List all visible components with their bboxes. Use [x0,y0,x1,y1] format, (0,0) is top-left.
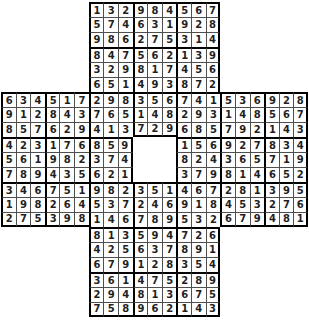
cell-r6c8[interactable]: 5 [103,77,118,92]
cell-r13c4[interactable]: 7 [45,182,60,197]
cell-r12c4[interactable]: 4 [45,167,60,182]
cell-r14c18[interactable]: 3 [250,197,265,212]
cell-r13c15[interactable]: 7 [206,182,221,197]
cell-r3c11[interactable]: 7 [147,32,162,47]
cell-r19c14[interactable]: 8 [191,272,206,287]
cell-r1c8[interactable]: 3 [103,2,118,17]
cell-r14c21[interactable]: 6 [293,197,308,212]
cell-r20c13[interactable]: 6 [176,287,191,302]
cell-r16c15[interactable]: 6 [206,227,221,242]
cell-r15c15[interactable]: 2 [206,212,221,227]
cell-r7c9[interactable]: 8 [118,92,133,107]
cell-r10c20[interactable]: 3 [279,137,294,152]
cell-r12c6[interactable]: 5 [74,167,89,182]
cell-r18c9[interactable]: 9 [118,257,133,272]
cell-r9c16[interactable]: 7 [220,122,235,137]
cell-r10c6[interactable]: 6 [74,137,89,152]
cell-r5c14[interactable]: 5 [191,62,206,77]
cell-r11c13[interactable]: 8 [176,152,191,167]
cell-r11c20[interactable]: 1 [279,152,294,167]
cell-r2c12[interactable]: 1 [162,17,177,32]
cell-r11c1[interactable]: 5 [1,152,16,167]
cell-r13c14[interactable]: 6 [191,182,206,197]
cell-r14c2[interactable]: 9 [16,197,31,212]
cell-r6c7[interactable]: 6 [89,77,104,92]
cell-r15c13[interactable]: 5 [176,212,191,227]
cell-r15c5[interactable]: 9 [59,212,74,227]
cell-r9c13[interactable]: 6 [176,122,191,137]
cell-r19c8[interactable]: 6 [103,272,118,287]
cell-r6c10[interactable]: 4 [133,77,148,92]
cell-r10c8[interactable]: 5 [103,137,118,152]
cell-r14c16[interactable]: 4 [220,197,235,212]
cell-r16c12[interactable]: 4 [162,227,177,242]
cell-r7c20[interactable]: 2 [279,92,294,107]
cell-r15c6[interactable]: 8 [74,212,89,227]
cell-r9c4[interactable]: 6 [45,122,60,137]
cell-r1c9[interactable]: 2 [118,2,133,17]
cell-r10c18[interactable]: 7 [250,137,265,152]
cell-r4c11[interactable]: 6 [147,47,162,62]
cell-r10c9[interactable]: 9 [118,137,133,152]
cell-r10c3[interactable]: 3 [30,137,45,152]
cell-r14c6[interactable]: 4 [74,197,89,212]
cell-r2c15[interactable]: 8 [206,17,221,32]
cell-r8c2[interactable]: 1 [16,107,31,122]
cell-r5c12[interactable]: 7 [162,62,177,77]
cell-r11c6[interactable]: 2 [74,152,89,167]
cell-r4c15[interactable]: 9 [206,47,221,62]
cell-r7c21[interactable]: 8 [293,92,308,107]
cell-r8c19[interactable]: 5 [264,107,279,122]
cell-r19c7[interactable]: 3 [89,272,104,287]
cell-r15c3[interactable]: 5 [30,212,45,227]
cell-r14c15[interactable]: 8 [206,197,221,212]
cell-r20c14[interactable]: 7 [191,287,206,302]
cell-r14c19[interactable]: 2 [264,197,279,212]
cell-r18c7[interactable]: 6 [89,257,104,272]
cell-r18c12[interactable]: 8 [162,257,177,272]
cell-r19c13[interactable]: 2 [176,272,191,287]
cell-r15c14[interactable]: 3 [191,212,206,227]
cell-r8c18[interactable]: 8 [250,107,265,122]
cell-r21c7[interactable]: 7 [89,302,104,317]
cell-r19c12[interactable]: 5 [162,272,177,287]
cell-r4c13[interactable]: 1 [176,47,191,62]
cell-r6c12[interactable]: 3 [162,77,177,92]
cell-r11c21[interactable]: 9 [293,152,308,167]
cell-r2c7[interactable]: 5 [89,17,104,32]
cell-r10c5[interactable]: 7 [59,137,74,152]
cell-r13c12[interactable]: 1 [162,182,177,197]
cell-r9c1[interactable]: 8 [1,122,16,137]
cell-r9c12[interactable]: 9 [162,122,177,137]
cell-r15c11[interactable]: 8 [147,212,162,227]
cell-r7c18[interactable]: 6 [250,92,265,107]
cell-r21c14[interactable]: 4 [191,302,206,317]
cell-r10c21[interactable]: 4 [293,137,308,152]
cell-r13c3[interactable]: 6 [30,182,45,197]
cell-r6c9[interactable]: 1 [118,77,133,92]
cell-r13c16[interactable]: 2 [220,182,235,197]
cell-r15c10[interactable]: 7 [133,212,148,227]
cell-r12c14[interactable]: 7 [191,167,206,182]
cell-r8c14[interactable]: 9 [191,107,206,122]
cell-r13c9[interactable]: 2 [118,182,133,197]
cell-r21c8[interactable]: 5 [103,302,118,317]
cell-r11c8[interactable]: 7 [103,152,118,167]
cell-r3c12[interactable]: 5 [162,32,177,47]
cell-r7c19[interactable]: 9 [264,92,279,107]
cell-r3c7[interactable]: 9 [89,32,104,47]
cell-r7c4[interactable]: 5 [45,92,60,107]
cell-r20c9[interactable]: 4 [118,287,133,302]
cell-r4c8[interactable]: 4 [103,47,118,62]
cell-r14c9[interactable]: 7 [118,197,133,212]
cell-r2c9[interactable]: 4 [118,17,133,32]
cell-r9c10[interactable]: 7 [133,122,148,137]
cell-r16c14[interactable]: 2 [191,227,206,242]
cell-r8c6[interactable]: 3 [74,107,89,122]
cell-r13c10[interactable]: 3 [133,182,148,197]
cell-r18c14[interactable]: 5 [191,257,206,272]
cell-r8c20[interactable]: 6 [279,107,294,122]
cell-r10c17[interactable]: 2 [235,137,250,152]
cell-r17c13[interactable]: 8 [176,242,191,257]
cell-r10c13[interactable]: 1 [176,137,191,152]
cell-r17c11[interactable]: 3 [147,242,162,257]
cell-r12c21[interactable]: 2 [293,167,308,182]
cell-r12c9[interactable]: 1 [118,167,133,182]
cell-r9c18[interactable]: 2 [250,122,265,137]
cell-r10c19[interactable]: 8 [264,137,279,152]
cell-r2c8[interactable]: 7 [103,17,118,32]
cell-r15c16[interactable]: 6 [220,212,235,227]
cell-r7c7[interactable]: 2 [89,92,104,107]
cell-r7c16[interactable]: 5 [220,92,235,107]
cell-r14c13[interactable]: 9 [176,197,191,212]
cell-r19c11[interactable]: 7 [147,272,162,287]
cell-r5c10[interactable]: 8 [133,62,148,77]
cell-r1c14[interactable]: 6 [191,2,206,17]
cell-r3c14[interactable]: 1 [191,32,206,47]
cell-r8c8[interactable]: 6 [103,107,118,122]
cell-r12c7[interactable]: 6 [89,167,104,182]
cell-r18c8[interactable]: 7 [103,257,118,272]
cell-r9c19[interactable]: 1 [264,122,279,137]
cell-r14c7[interactable]: 5 [89,197,104,212]
cell-r11c19[interactable]: 7 [264,152,279,167]
cell-r8c12[interactable]: 8 [162,107,177,122]
cell-r20c10[interactable]: 8 [133,287,148,302]
cell-r21c9[interactable]: 8 [118,302,133,317]
cell-r12c19[interactable]: 6 [264,167,279,182]
cell-r1c12[interactable]: 4 [162,2,177,17]
cell-r17c15[interactable]: 1 [206,242,221,257]
cell-r11c9[interactable]: 4 [118,152,133,167]
cell-r7c2[interactable]: 3 [16,92,31,107]
cell-r6c11[interactable]: 9 [147,77,162,92]
cell-r10c7[interactable]: 8 [89,137,104,152]
cell-r16c7[interactable]: 8 [89,227,104,242]
cell-r7c14[interactable]: 4 [191,92,206,107]
cell-r7c15[interactable]: 1 [206,92,221,107]
cell-r4c9[interactable]: 7 [118,47,133,62]
cell-r10c2[interactable]: 2 [16,137,31,152]
cell-r5c15[interactable]: 6 [206,62,221,77]
cell-r9c5[interactable]: 2 [59,122,74,137]
cell-r15c4[interactable]: 3 [45,212,60,227]
cell-r18c10[interactable]: 1 [133,257,148,272]
cell-r5c9[interactable]: 9 [118,62,133,77]
cell-r20c15[interactable]: 5 [206,287,221,302]
cell-r5c11[interactable]: 1 [147,62,162,77]
cell-r9c6[interactable]: 9 [74,122,89,137]
cell-r13c20[interactable]: 9 [279,182,294,197]
cell-r4c10[interactable]: 5 [133,47,148,62]
cell-r11c16[interactable]: 3 [220,152,235,167]
cell-r9c20[interactable]: 4 [279,122,294,137]
cell-r13c6[interactable]: 1 [74,182,89,197]
cell-r2c14[interactable]: 2 [191,17,206,32]
cell-r7c10[interactable]: 3 [133,92,148,107]
cell-r13c13[interactable]: 4 [176,182,191,197]
cell-r1c10[interactable]: 9 [133,2,148,17]
cell-r18c11[interactable]: 2 [147,257,162,272]
cell-r12c3[interactable]: 9 [30,167,45,182]
cell-r16c8[interactable]: 1 [103,227,118,242]
cell-r21c12[interactable]: 2 [162,302,177,317]
cell-r3c15[interactable]: 4 [206,32,221,47]
cell-r10c1[interactable]: 4 [1,137,16,152]
cell-r8c5[interactable]: 4 [59,107,74,122]
cell-r13c17[interactable]: 8 [235,182,250,197]
cell-r12c18[interactable]: 4 [250,167,265,182]
cell-r3c9[interactable]: 6 [118,32,133,47]
cell-r4c12[interactable]: 2 [162,47,177,62]
cell-r8c7[interactable]: 7 [89,107,104,122]
cell-r10c4[interactable]: 1 [45,137,60,152]
cell-r7c12[interactable]: 6 [162,92,177,107]
cell-r16c11[interactable]: 9 [147,227,162,242]
cell-r9c11[interactable]: 2 [147,122,162,137]
cell-r13c2[interactable]: 4 [16,182,31,197]
cell-r2c13[interactable]: 9 [176,17,191,32]
cell-r11c14[interactable]: 2 [191,152,206,167]
cell-r9c8[interactable]: 1 [103,122,118,137]
cell-r14c8[interactable]: 3 [103,197,118,212]
cell-r6c15[interactable]: 2 [206,77,221,92]
cell-r21c15[interactable]: 3 [206,302,221,317]
cell-r1c11[interactable]: 8 [147,2,162,17]
cell-r14c5[interactable]: 6 [59,197,74,212]
cell-r13c11[interactable]: 5 [147,182,162,197]
cell-r2c11[interactable]: 3 [147,17,162,32]
cell-r20c11[interactable]: 1 [147,287,162,302]
cell-r19c10[interactable]: 4 [133,272,148,287]
cell-r17c7[interactable]: 4 [89,242,104,257]
cell-r17c9[interactable]: 5 [118,242,133,257]
cell-r20c8[interactable]: 9 [103,287,118,302]
cell-r8c15[interactable]: 3 [206,107,221,122]
cell-r4c7[interactable]: 8 [89,47,104,62]
cell-r10c16[interactable]: 9 [220,137,235,152]
cell-r13c21[interactable]: 5 [293,182,308,197]
cell-r9c21[interactable]: 3 [293,122,308,137]
cell-r9c9[interactable]: 3 [118,122,133,137]
cell-r17c10[interactable]: 6 [133,242,148,257]
cell-r14c3[interactable]: 8 [30,197,45,212]
cell-r18c15[interactable]: 4 [206,257,221,272]
cell-r14c14[interactable]: 1 [191,197,206,212]
cell-r6c13[interactable]: 8 [176,77,191,92]
cell-r3c8[interactable]: 8 [103,32,118,47]
cell-r15c20[interactable]: 8 [279,212,294,227]
cell-r5c13[interactable]: 4 [176,62,191,77]
cell-r21c13[interactable]: 1 [176,302,191,317]
cell-r9c3[interactable]: 7 [30,122,45,137]
cell-r15c7[interactable]: 1 [89,212,104,227]
cell-r17c12[interactable]: 7 [162,242,177,257]
cell-r15c21[interactable]: 1 [293,212,308,227]
cell-r13c7[interactable]: 9 [89,182,104,197]
cell-r7c6[interactable]: 7 [74,92,89,107]
cell-r7c1[interactable]: 6 [1,92,16,107]
cell-r8c10[interactable]: 1 [133,107,148,122]
cell-r9c7[interactable]: 4 [89,122,104,137]
cell-r9c2[interactable]: 5 [16,122,31,137]
cell-r12c16[interactable]: 8 [220,167,235,182]
cell-r14c10[interactable]: 2 [133,197,148,212]
cell-r9c17[interactable]: 9 [235,122,250,137]
cell-r16c10[interactable]: 5 [133,227,148,242]
cell-r15c12[interactable]: 9 [162,212,177,227]
cell-r21c11[interactable]: 6 [147,302,162,317]
cell-r3c10[interactable]: 2 [133,32,148,47]
cell-r21c10[interactable]: 9 [133,302,148,317]
cell-r7c8[interactable]: 9 [103,92,118,107]
cell-r20c7[interactable]: 2 [89,287,104,302]
cell-r8c1[interactable]: 9 [1,107,16,122]
cell-r8c21[interactable]: 7 [293,107,308,122]
cell-r8c17[interactable]: 4 [235,107,250,122]
cell-r11c7[interactable]: 3 [89,152,104,167]
cell-r15c19[interactable]: 4 [264,212,279,227]
cell-r12c15[interactable]: 9 [206,167,221,182]
cell-r15c2[interactable]: 7 [16,212,31,227]
cell-r13c19[interactable]: 3 [264,182,279,197]
cell-r15c9[interactable]: 6 [118,212,133,227]
cell-r1c13[interactable]: 5 [176,2,191,17]
cell-r12c13[interactable]: 3 [176,167,191,182]
sudoku-board: 1329845675746319289862753148475621393298… [1,2,308,317]
cell-r14c1[interactable]: 1 [1,197,16,212]
cell-r15c8[interactable]: 4 [103,212,118,227]
cell-r8c9[interactable]: 5 [118,107,133,122]
cell-r19c9[interactable]: 1 [118,272,133,287]
cell-r11c18[interactable]: 5 [250,152,265,167]
cell-r10c14[interactable]: 5 [191,137,206,152]
cell-r7c5[interactable]: 1 [59,92,74,107]
cell-r14c17[interactable]: 5 [235,197,250,212]
cell-r13c5[interactable]: 5 [59,182,74,197]
cell-r11c15[interactable]: 4 [206,152,221,167]
cell-r8c13[interactable]: 2 [176,107,191,122]
cell-r19c15[interactable]: 9 [206,272,221,287]
cell-r9c15[interactable]: 5 [206,122,221,137]
page-background: 1329845675746319289862753148475621393298… [0,0,309,320]
cell-r18c13[interactable]: 3 [176,257,191,272]
cell-r7c17[interactable]: 3 [235,92,250,107]
cell-r11c4[interactable]: 9 [45,152,60,167]
cell-r1c15[interactable]: 7 [206,2,221,17]
cell-r14c4[interactable]: 2 [45,197,60,212]
cell-r20c12[interactable]: 3 [162,287,177,302]
cell-r10c15[interactable]: 6 [206,137,221,152]
cell-r12c1[interactable]: 7 [1,167,16,182]
cell-r8c4[interactable]: 8 [45,107,60,122]
cell-r13c8[interactable]: 8 [103,182,118,197]
cell-r11c2[interactable]: 6 [16,152,31,167]
cell-r8c16[interactable]: 1 [220,107,235,122]
cell-r16c13[interactable]: 7 [176,227,191,242]
cell-r14c12[interactable]: 6 [162,197,177,212]
cell-r5c8[interactable]: 2 [103,62,118,77]
cell-r16c9[interactable]: 3 [118,227,133,242]
cell-r7c3[interactable]: 4 [30,92,45,107]
cell-r12c2[interactable]: 8 [16,167,31,182]
cell-r1c7[interactable]: 1 [89,2,104,17]
cell-r11c5[interactable]: 8 [59,152,74,167]
cell-r12c20[interactable]: 5 [279,167,294,182]
cell-r14c11[interactable]: 4 [147,197,162,212]
cell-r12c8[interactable]: 2 [103,167,118,182]
cell-r8c3[interactable]: 2 [30,107,45,122]
cell-r17c8[interactable]: 2 [103,242,118,257]
cell-r11c17[interactable]: 6 [235,152,250,167]
cell-r7c11[interactable]: 5 [147,92,162,107]
cell-r15c1[interactable]: 2 [1,212,16,227]
cell-r11c3[interactable]: 1 [30,152,45,167]
cell-r14c20[interactable]: 7 [279,197,294,212]
cell-r15c18[interactable]: 9 [250,212,265,227]
cell-r15c17[interactable]: 7 [235,212,250,227]
cell-r2c10[interactable]: 6 [133,17,148,32]
cell-r12c17[interactable]: 1 [235,167,250,182]
cell-r8c11[interactable]: 4 [147,107,162,122]
cell-r9c14[interactable]: 8 [191,122,206,137]
cell-r4c14[interactable]: 3 [191,47,206,62]
cell-r7c13[interactable]: 7 [176,92,191,107]
cell-r17c14[interactable]: 9 [191,242,206,257]
cell-r5c7[interactable]: 3 [89,62,104,77]
cell-r13c18[interactable]: 1 [250,182,265,197]
cell-r12c5[interactable]: 3 [59,167,74,182]
cell-r6c14[interactable]: 7 [191,77,206,92]
cell-r13c1[interactable]: 3 [1,182,16,197]
cell-r3c13[interactable]: 3 [176,32,191,47]
